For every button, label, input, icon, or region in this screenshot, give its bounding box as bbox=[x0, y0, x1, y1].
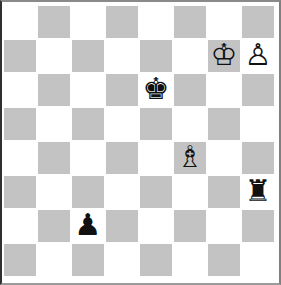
square-a4[interactable] bbox=[3, 141, 37, 175]
square-b1[interactable] bbox=[37, 243, 71, 277]
square-a8[interactable] bbox=[3, 5, 37, 39]
square-e3[interactable] bbox=[139, 175, 173, 209]
square-c2[interactable]: ♟ bbox=[71, 209, 105, 243]
square-g5[interactable] bbox=[207, 107, 241, 141]
square-c1[interactable] bbox=[71, 243, 105, 277]
square-h7[interactable]: ♙ bbox=[241, 39, 275, 73]
square-b7[interactable] bbox=[37, 39, 71, 73]
square-a5[interactable] bbox=[3, 107, 37, 141]
square-h3[interactable]: ♜ bbox=[241, 175, 275, 209]
square-a6[interactable] bbox=[3, 73, 37, 107]
square-g7[interactable]: ♔ bbox=[207, 39, 241, 73]
square-d6[interactable] bbox=[105, 73, 139, 107]
square-c6[interactable] bbox=[71, 73, 105, 107]
square-f4[interactable]: ♗ bbox=[173, 141, 207, 175]
square-e1[interactable] bbox=[139, 243, 173, 277]
white-pawn-h7[interactable]: ♙ bbox=[245, 40, 272, 70]
square-g1[interactable] bbox=[207, 243, 241, 277]
black-rook-h3[interactable]: ♜ bbox=[245, 176, 272, 206]
square-e6[interactable]: ♚ bbox=[139, 73, 173, 107]
square-g3[interactable] bbox=[207, 175, 241, 209]
square-f7[interactable] bbox=[173, 39, 207, 73]
chess-board: ♔♙♚♗♜♟ bbox=[3, 5, 275, 277]
square-a3[interactable] bbox=[3, 175, 37, 209]
white-king-g7[interactable]: ♔ bbox=[211, 40, 238, 70]
square-e4[interactable] bbox=[139, 141, 173, 175]
square-b3[interactable] bbox=[37, 175, 71, 209]
black-king-e6[interactable]: ♚ bbox=[143, 74, 170, 104]
square-d7[interactable] bbox=[105, 39, 139, 73]
square-g6[interactable] bbox=[207, 73, 241, 107]
square-a7[interactable] bbox=[3, 39, 37, 73]
square-f6[interactable] bbox=[173, 73, 207, 107]
square-c8[interactable] bbox=[71, 5, 105, 39]
square-f3[interactable] bbox=[173, 175, 207, 209]
square-f1[interactable] bbox=[173, 243, 207, 277]
square-d2[interactable] bbox=[105, 209, 139, 243]
square-d8[interactable] bbox=[105, 5, 139, 39]
square-b5[interactable] bbox=[37, 107, 71, 141]
square-b4[interactable] bbox=[37, 141, 71, 175]
square-d3[interactable] bbox=[105, 175, 139, 209]
chess-board-frame: ♔♙♚♗♜♟ bbox=[0, 0, 281, 285]
square-a1[interactable] bbox=[3, 243, 37, 277]
square-b8[interactable] bbox=[37, 5, 71, 39]
square-b2[interactable] bbox=[37, 209, 71, 243]
square-f5[interactable] bbox=[173, 107, 207, 141]
square-f8[interactable] bbox=[173, 5, 207, 39]
square-h1[interactable] bbox=[241, 243, 275, 277]
square-h5[interactable] bbox=[241, 107, 275, 141]
square-h8[interactable] bbox=[241, 5, 275, 39]
square-h6[interactable] bbox=[241, 73, 275, 107]
square-f2[interactable] bbox=[173, 209, 207, 243]
square-h2[interactable] bbox=[241, 209, 275, 243]
square-b6[interactable] bbox=[37, 73, 71, 107]
square-e5[interactable] bbox=[139, 107, 173, 141]
square-e7[interactable] bbox=[139, 39, 173, 73]
square-a2[interactable] bbox=[3, 209, 37, 243]
square-d4[interactable] bbox=[105, 141, 139, 175]
square-e8[interactable] bbox=[139, 5, 173, 39]
square-d1[interactable] bbox=[105, 243, 139, 277]
square-c3[interactable] bbox=[71, 175, 105, 209]
square-e2[interactable] bbox=[139, 209, 173, 243]
square-h4[interactable] bbox=[241, 141, 275, 175]
square-g4[interactable] bbox=[207, 141, 241, 175]
square-c4[interactable] bbox=[71, 141, 105, 175]
square-d5[interactable] bbox=[105, 107, 139, 141]
square-c7[interactable] bbox=[71, 39, 105, 73]
black-pawn-c2[interactable]: ♟ bbox=[75, 210, 102, 240]
white-bishop-f4[interactable]: ♗ bbox=[177, 142, 204, 172]
square-g2[interactable] bbox=[207, 209, 241, 243]
square-g8[interactable] bbox=[207, 5, 241, 39]
square-c5[interactable] bbox=[71, 107, 105, 141]
